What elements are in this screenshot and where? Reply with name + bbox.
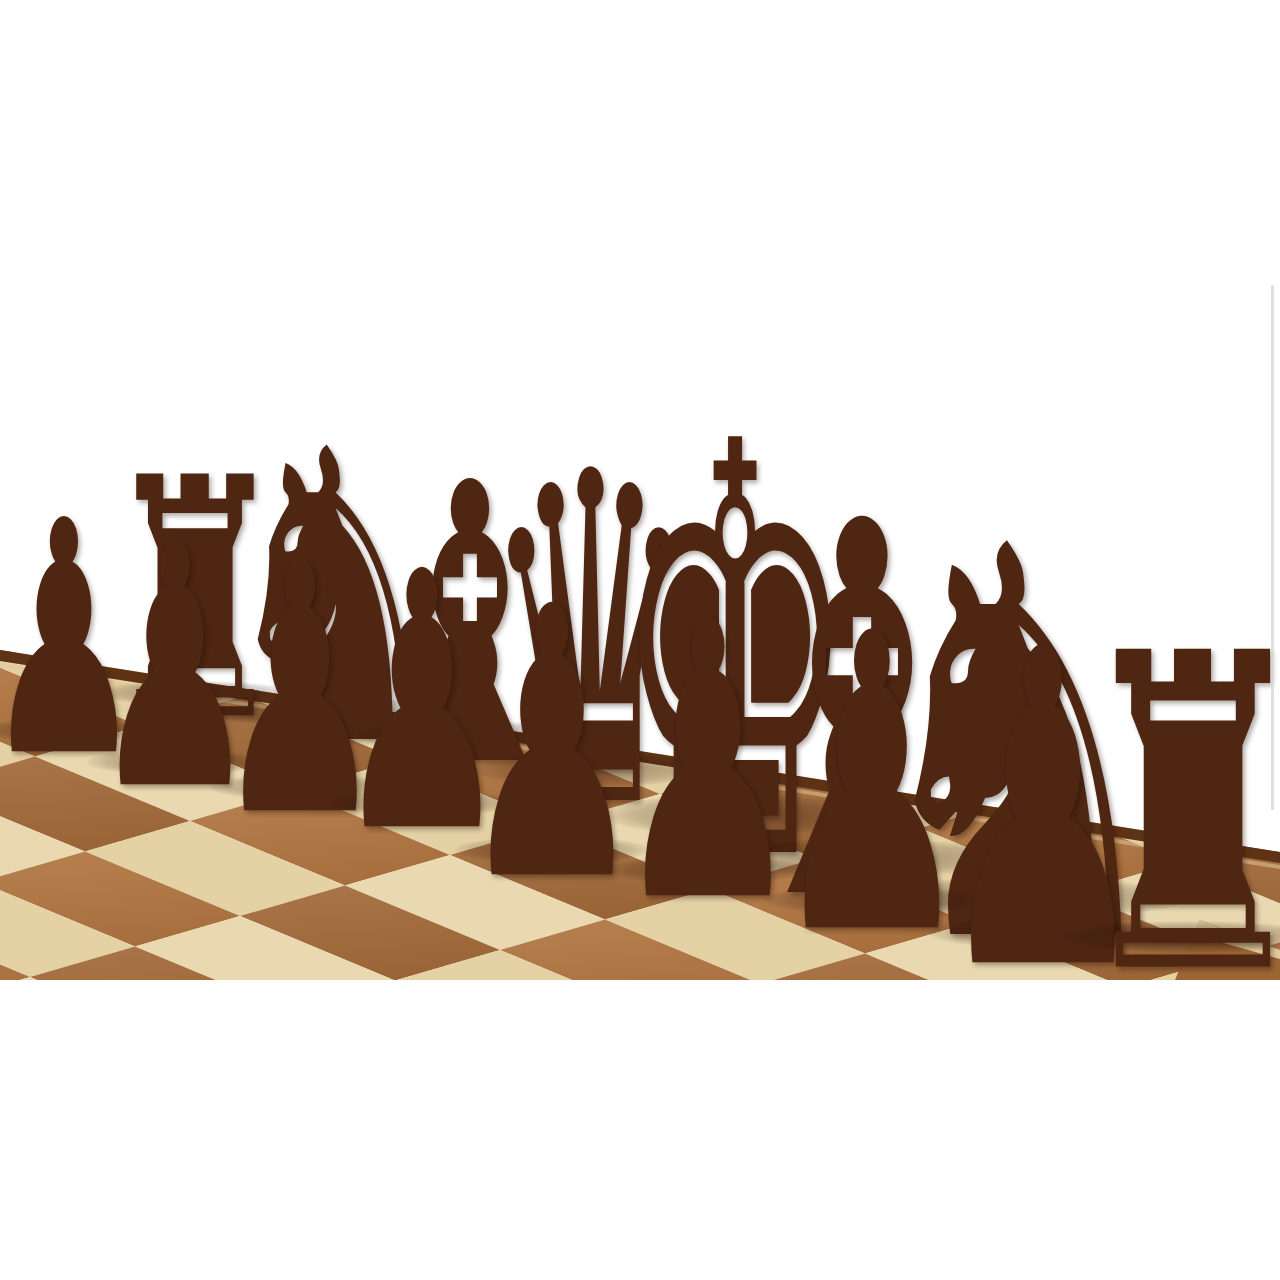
pieces-layer: ♜♞♟♝♟♛♟♟♚♟♝♟♞♟♟♜ — [0, 0, 1280, 1280]
chess-piece-rook-h8[interactable]: ♜ — [1070, 598, 1280, 1033]
product-photo: ♜♞♟♝♟♛♟♟♚♟♝♟♞♟♟♜ — [0, 0, 1280, 1280]
photo-edge-artifact — [1271, 285, 1274, 810]
